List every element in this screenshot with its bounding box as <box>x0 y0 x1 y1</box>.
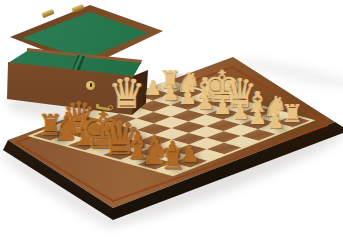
white-pawn[interactable]: ♟ <box>161 82 179 102</box>
keyhole-icon <box>90 83 92 87</box>
white-pawn[interactable]: ♟ <box>231 102 249 122</box>
white-pawn[interactable]: ♟ <box>196 92 214 112</box>
white-pawn[interactable]: ♟ <box>144 78 162 98</box>
white-pawn[interactable]: ♟ <box>266 111 284 131</box>
white-pawn[interactable]: ♟ <box>249 106 267 126</box>
white-rook[interactable]: ♜ <box>281 101 303 126</box>
white-pawn[interactable]: ♟ <box>214 97 232 117</box>
black-rook[interactable]: ♜ <box>160 144 186 173</box>
brass-hinge-icon <box>42 9 55 18</box>
chess-set-product-photo: ♜♞♝♛♚♝♞♜♟♟♟♟♟♟♟♟♟♟♟♟♟♟♟♟♜♞♝♛♚♝♞♜♛♛ <box>0 0 343 250</box>
white-pawn[interactable]: ♟ <box>179 87 197 107</box>
